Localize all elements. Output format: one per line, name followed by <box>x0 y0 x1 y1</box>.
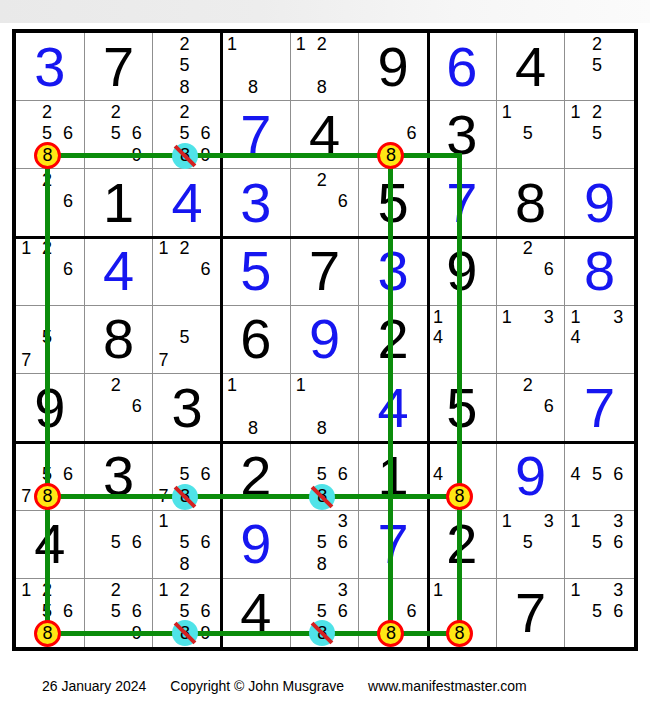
candidate-5: 5 <box>42 328 52 346</box>
cell-r5c8[interactable]: 13 <box>497 306 566 374</box>
candidate-1: 1 <box>227 376 237 394</box>
candidate-6: 6 <box>132 397 142 415</box>
candidate-5: 5 <box>179 533 189 551</box>
candidate-5: 5 <box>317 602 327 620</box>
candidate-6: 6 <box>63 192 73 210</box>
candidate-3: 3 <box>613 581 623 599</box>
cell-r7c9[interactable]: 456 <box>565 442 634 510</box>
given-digit: 9 <box>34 380 65 436</box>
candidate-8: 8 <box>179 555 189 573</box>
candidate-6: 6 <box>63 465 73 483</box>
cell-r9c6[interactable]: 68 <box>359 579 428 647</box>
cell-r5c5[interactable]: 9 <box>291 306 360 374</box>
candidate-5: 5 <box>592 602 602 620</box>
candidate-5: 5 <box>111 602 121 620</box>
given-digit: 4 <box>34 516 65 572</box>
cell-r8c6[interactable]: 7 <box>359 511 428 579</box>
candidate-5: 5 <box>592 533 602 551</box>
cell-r3c4[interactable]: 3 <box>222 169 291 237</box>
window-chrome-band <box>0 0 650 23</box>
candidate-8: 8 <box>385 624 395 642</box>
cell-r2c1[interactable]: 2568 <box>16 101 85 169</box>
solved-digit: 7 <box>378 516 409 572</box>
solved-digit: 4 <box>172 175 203 231</box>
cell-r1c1[interactable]: 3 <box>16 33 85 101</box>
given-digit: 5 <box>446 380 477 436</box>
candidate-5: 5 <box>179 124 189 142</box>
candidate-2: 2 <box>179 239 189 257</box>
candidate-4: 4 <box>433 328 443 346</box>
cell-r6c3[interactable]: 3 <box>153 374 222 442</box>
given-digit: 8 <box>515 175 546 231</box>
cell-r9c7[interactable]: 18 <box>428 579 497 647</box>
solved-digit: 9 <box>515 448 546 504</box>
given-digit: 4 <box>240 585 271 641</box>
cell-r1c7[interactable]: 6 <box>428 33 497 101</box>
candidate-6: 6 <box>338 465 348 483</box>
candidate-9: 9 <box>200 146 210 164</box>
candidate-6: 6 <box>338 602 348 620</box>
cell-r5c2[interactable]: 8 <box>85 306 154 374</box>
solved-digit: 3 <box>34 39 65 95</box>
cell-r2c6[interactable]: 68 <box>359 101 428 169</box>
given-digit: 2 <box>446 516 477 572</box>
candidate-7: 7 <box>21 351 31 369</box>
cell-r1c4[interactable]: 18 <box>222 33 291 101</box>
candidate-4: 4 <box>571 328 581 346</box>
candidate-3: 3 <box>613 512 623 530</box>
given-digit: 4 <box>309 107 340 163</box>
candidate-2: 2 <box>317 35 327 53</box>
candidate-1: 1 <box>502 103 512 121</box>
cell-r8c4[interactable]: 9 <box>222 511 291 579</box>
candidate-5: 5 <box>111 124 121 142</box>
candidate-2: 2 <box>179 103 189 121</box>
cell-r3c7[interactable]: 7 <box>428 169 497 237</box>
cell-r6c8[interactable]: 26 <box>497 374 566 442</box>
cell-r8c5[interactable]: 3568 <box>291 511 360 579</box>
cell-r7c6[interactable]: 1 <box>359 442 428 510</box>
candidate-6: 6 <box>200 602 210 620</box>
cell-r8c2[interactable]: 56 <box>85 511 154 579</box>
candidate-9: 9 <box>132 624 142 642</box>
cell-r9c8[interactable]: 7 <box>497 579 566 647</box>
candidate-2: 2 <box>592 103 602 121</box>
cell-r4c8[interactable]: 26 <box>497 238 566 306</box>
candidate-1: 1 <box>21 581 31 599</box>
cell-r8c8[interactable]: 135 <box>497 511 566 579</box>
candidate-4: 4 <box>433 465 443 483</box>
solved-digit: 3 <box>240 175 271 231</box>
candidate-5: 5 <box>317 465 327 483</box>
candidate-6: 6 <box>406 124 416 142</box>
cell-r4c6[interactable]: 3 <box>359 238 428 306</box>
footer: 26 January 2024Copyright © John Musgrave… <box>42 678 551 694</box>
cell-r7c2[interactable]: 3 <box>85 442 154 510</box>
candidate-1: 1 <box>433 308 443 326</box>
cell-r7c4[interactable]: 2 <box>222 442 291 510</box>
given-digit: 7 <box>309 243 340 299</box>
candidate-5: 5 <box>179 56 189 74</box>
candidate-2: 2 <box>42 103 52 121</box>
cell-r4c7[interactable]: 9 <box>428 238 497 306</box>
given-digit: 6 <box>240 311 271 367</box>
sudoku-grid: 3725818128964252568256925689746831512526… <box>16 33 634 647</box>
solved-digit: 7 <box>584 380 615 436</box>
solved-digit: 8 <box>584 243 615 299</box>
candidate-6: 6 <box>544 260 554 278</box>
candidate-2: 2 <box>179 581 189 599</box>
candidate-2: 2 <box>42 581 52 599</box>
given-digit: 5 <box>378 175 409 231</box>
candidate-8: 8 <box>42 487 52 505</box>
cell-r2c9[interactable]: 125 <box>565 101 634 169</box>
footer-website: www.manifestmaster.com <box>368 678 527 694</box>
cell-r9c3[interactable]: 125689 <box>153 579 222 647</box>
candidate-8: 8 <box>317 78 327 96</box>
solved-digit: 6 <box>446 39 477 95</box>
solved-digit: 3 <box>378 243 409 299</box>
solved-digit: 7 <box>446 175 477 231</box>
candidate-5: 5 <box>179 602 189 620</box>
cell-r3c5[interactable]: 26 <box>291 169 360 237</box>
candidate-2: 2 <box>42 239 52 257</box>
solved-digit: 7 <box>240 107 271 163</box>
given-digit: 3 <box>172 380 203 436</box>
given-digit: 2 <box>378 311 409 367</box>
cell-r7c3[interactable]: 5678 <box>153 442 222 510</box>
candidate-2: 2 <box>111 581 121 599</box>
candidate-6: 6 <box>338 192 348 210</box>
candidate-2: 2 <box>179 35 189 53</box>
candidate-5: 5 <box>523 124 533 142</box>
cell-r4c1[interactable]: 126 <box>16 238 85 306</box>
candidate-8: 8 <box>42 624 52 642</box>
cell-r6c2[interactable]: 26 <box>85 374 154 442</box>
candidate-7: 7 <box>21 487 31 505</box>
candidate-5: 5 <box>111 533 121 551</box>
solved-digit: 9 <box>240 516 271 572</box>
cell-r7c7[interactable]: 48 <box>428 442 497 510</box>
cell-r2c2[interactable]: 2569 <box>85 101 154 169</box>
candidate-3: 3 <box>338 512 348 530</box>
cell-r4c5[interactable]: 7 <box>291 238 360 306</box>
candidate-3: 3 <box>544 308 554 326</box>
candidate-1: 1 <box>158 239 168 257</box>
cell-r7c1[interactable]: 5678 <box>16 442 85 510</box>
candidate-8: 8 <box>179 487 189 505</box>
candidate-5: 5 <box>179 465 189 483</box>
cell-r4c4[interactable]: 5 <box>222 238 291 306</box>
candidate-5: 5 <box>592 56 602 74</box>
footer-date: 26 January 2024 <box>42 678 146 694</box>
candidate-9: 9 <box>200 624 210 642</box>
candidate-1: 1 <box>158 581 168 599</box>
cell-r4c3[interactable]: 126 <box>153 238 222 306</box>
candidate-1: 1 <box>296 376 306 394</box>
cell-r7c5[interactable]: 568 <box>291 442 360 510</box>
solved-digit: 5 <box>240 243 271 299</box>
cell-r8c7[interactable]: 2 <box>428 511 497 579</box>
cell-r7c8[interactable]: 9 <box>497 442 566 510</box>
candidate-4: 4 <box>571 465 581 483</box>
candidate-8: 8 <box>179 78 189 96</box>
cell-r9c4[interactable]: 4 <box>222 579 291 647</box>
candidate-2: 2 <box>111 103 121 121</box>
candidate-3: 3 <box>613 308 623 326</box>
cell-r3c2[interactable]: 1 <box>85 169 154 237</box>
candidate-5: 5 <box>317 533 327 551</box>
candidate-6: 6 <box>200 465 210 483</box>
cell-r3c1[interactable]: 26 <box>16 169 85 237</box>
cell-r3c9[interactable]: 9 <box>565 169 634 237</box>
candidate-5: 5 <box>592 465 602 483</box>
candidate-1: 1 <box>21 239 31 257</box>
candidate-6: 6 <box>613 602 623 620</box>
cell-r9c9[interactable]: 1356 <box>565 579 634 647</box>
cell-r6c7[interactable]: 5 <box>428 374 497 442</box>
candidate-6: 6 <box>132 124 142 142</box>
candidate-6: 6 <box>338 533 348 551</box>
candidate-1: 1 <box>571 308 581 326</box>
cell-r6c1[interactable]: 9 <box>16 374 85 442</box>
candidate-2: 2 <box>523 239 533 257</box>
candidate-6: 6 <box>132 533 142 551</box>
solved-digit: 9 <box>584 175 615 231</box>
candidate-8: 8 <box>42 146 52 164</box>
cell-r1c9[interactable]: 25 <box>565 33 634 101</box>
cell-r9c2[interactable]: 2569 <box>85 579 154 647</box>
given-digit: 4 <box>515 39 546 95</box>
cell-r5c4[interactable]: 6 <box>222 306 291 374</box>
solved-digit: 4 <box>103 243 134 299</box>
cell-r4c2[interactable]: 4 <box>85 238 154 306</box>
candidate-8: 8 <box>248 78 258 96</box>
candidate-5: 5 <box>42 602 52 620</box>
candidate-8: 8 <box>317 487 327 505</box>
cell-r2c8[interactable]: 15 <box>497 101 566 169</box>
candidate-6: 6 <box>613 465 623 483</box>
cell-r6c5[interactable]: 18 <box>291 374 360 442</box>
given-digit: 1 <box>378 448 409 504</box>
candidate-8: 8 <box>248 419 258 437</box>
footer-copyright: Copyright © John Musgrave <box>170 678 344 694</box>
candidate-8: 8 <box>317 419 327 437</box>
candidate-3: 3 <box>544 512 554 530</box>
candidate-8: 8 <box>454 624 464 642</box>
candidate-2: 2 <box>42 171 52 189</box>
page: 3725818128964252568256925689746831512526… <box>0 0 650 720</box>
candidate-6: 6 <box>63 124 73 142</box>
given-digit: 7 <box>515 585 546 641</box>
cell-r6c9[interactable]: 7 <box>565 374 634 442</box>
given-digit: 9 <box>446 243 477 299</box>
candidate-1: 1 <box>571 581 581 599</box>
cell-r2c5[interactable]: 4 <box>291 101 360 169</box>
candidate-5: 5 <box>523 533 533 551</box>
candidate-1: 1 <box>571 512 581 530</box>
candidate-2: 2 <box>317 171 327 189</box>
candidate-1: 1 <box>158 512 168 530</box>
cell-r5c9[interactable]: 134 <box>565 306 634 374</box>
solved-digit: 4 <box>378 380 409 436</box>
candidate-6: 6 <box>63 260 73 278</box>
cell-r8c1[interactable]: 4 <box>16 511 85 579</box>
candidate-6: 6 <box>406 602 416 620</box>
given-digit: 3 <box>103 448 134 504</box>
candidate-7: 7 <box>158 487 168 505</box>
candidate-1: 1 <box>433 581 443 599</box>
candidate-9: 9 <box>132 146 142 164</box>
candidate-1: 1 <box>571 103 581 121</box>
candidate-2: 2 <box>111 376 121 394</box>
sudoku-board: 3725818128964252568256925689746831512526… <box>12 29 638 651</box>
given-digit: 7 <box>103 39 134 95</box>
candidate-5: 5 <box>179 328 189 346</box>
cell-r8c9[interactable]: 1356 <box>565 511 634 579</box>
candidate-3: 3 <box>338 581 348 599</box>
candidate-8: 8 <box>179 146 189 164</box>
candidate-7: 7 <box>158 351 168 369</box>
cell-r1c3[interactable]: 258 <box>153 33 222 101</box>
candidate-6: 6 <box>544 397 554 415</box>
given-digit: 3 <box>446 107 477 163</box>
cell-r1c6[interactable]: 9 <box>359 33 428 101</box>
cell-r6c4[interactable]: 18 <box>222 374 291 442</box>
candidate-8: 8 <box>454 487 464 505</box>
cell-r5c3[interactable]: 57 <box>153 306 222 374</box>
candidate-2: 2 <box>592 35 602 53</box>
cell-r2c4[interactable]: 7 <box>222 101 291 169</box>
cell-r5c1[interactable]: 57 <box>16 306 85 374</box>
cell-r3c3[interactable]: 4 <box>153 169 222 237</box>
candidate-6: 6 <box>63 602 73 620</box>
candidate-1: 1 <box>502 308 512 326</box>
candidate-8: 8 <box>317 555 327 573</box>
cell-r5c7[interactable]: 14 <box>428 306 497 374</box>
candidate-5: 5 <box>592 124 602 142</box>
candidate-6: 6 <box>613 533 623 551</box>
candidate-1: 1 <box>296 35 306 53</box>
candidate-5: 5 <box>42 465 52 483</box>
cell-r9c5[interactable]: 3568 <box>291 579 360 647</box>
cell-r5c6[interactable]: 2 <box>359 306 428 374</box>
candidate-6: 6 <box>200 124 210 142</box>
cell-r6c6[interactable]: 4 <box>359 374 428 442</box>
cell-r2c7[interactable]: 3 <box>428 101 497 169</box>
candidate-1: 1 <box>502 512 512 530</box>
cell-r3c6[interactable]: 5 <box>359 169 428 237</box>
candidate-6: 6 <box>132 602 142 620</box>
candidate-8: 8 <box>385 146 395 164</box>
candidate-2: 2 <box>523 376 533 394</box>
cell-r3c8[interactable]: 8 <box>497 169 566 237</box>
cell-r4c9[interactable]: 8 <box>565 238 634 306</box>
cell-r1c5[interactable]: 128 <box>291 33 360 101</box>
candidate-8: 8 <box>317 624 327 642</box>
candidate-8: 8 <box>179 624 189 642</box>
given-digit: 8 <box>103 311 134 367</box>
given-digit: 9 <box>378 39 409 95</box>
candidate-5: 5 <box>42 124 52 142</box>
cell-r2c3[interactable]: 25689 <box>153 101 222 169</box>
solved-digit: 9 <box>309 311 340 367</box>
candidate-6: 6 <box>200 533 210 551</box>
cell-r9c1[interactable]: 12568 <box>16 579 85 647</box>
given-digit: 1 <box>103 175 134 231</box>
cell-r8c3[interactable]: 1568 <box>153 511 222 579</box>
candidate-1: 1 <box>227 35 237 53</box>
cell-r1c8[interactable]: 4 <box>497 33 566 101</box>
given-digit: 2 <box>240 448 271 504</box>
candidate-6: 6 <box>200 260 210 278</box>
cell-r1c2[interactable]: 7 <box>85 33 154 101</box>
